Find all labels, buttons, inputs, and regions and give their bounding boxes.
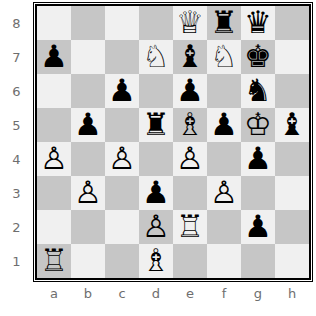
piece-white-queen: ♕ [176, 6, 204, 39]
square-h1[interactable] [275, 244, 309, 278]
piece-black-pawn: ♟ [74, 108, 102, 141]
square-d8[interactable] [139, 6, 173, 40]
file-label-f: f [207, 286, 241, 301]
square-b1[interactable] [71, 244, 105, 278]
piece-black-rook: ♜ [210, 6, 238, 39]
square-f4[interactable] [207, 142, 241, 176]
square-e2[interactable]: ♖ [173, 210, 207, 244]
square-h2[interactable] [275, 210, 309, 244]
square-f2[interactable] [207, 210, 241, 244]
rank-label-5: 5 [0, 108, 33, 142]
piece-black-pawn: ♟ [142, 176, 170, 209]
square-d1[interactable]: ♗ [139, 244, 173, 278]
rank-label-6: 6 [0, 74, 33, 108]
piece-black-rook: ♜ [142, 108, 170, 141]
piece-white-knight: ♘ [210, 40, 238, 73]
square-d7[interactable]: ♘ [139, 40, 173, 74]
square-e5[interactable]: ♗ [173, 108, 207, 142]
square-d3[interactable]: ♟ [139, 176, 173, 210]
square-b5[interactable]: ♟ [71, 108, 105, 142]
square-h4[interactable] [275, 142, 309, 176]
square-a5[interactable] [37, 108, 71, 142]
rank-labels: 87654321 [0, 6, 33, 278]
square-h8[interactable] [275, 6, 309, 40]
square-a3[interactable] [37, 176, 71, 210]
square-e4[interactable]: ♙ [173, 142, 207, 176]
piece-white-bishop: ♗ [176, 108, 204, 141]
piece-white-king: ♔ [244, 108, 272, 141]
square-c5[interactable] [105, 108, 139, 142]
square-b4[interactable] [71, 142, 105, 176]
square-d2[interactable]: ♙ [139, 210, 173, 244]
file-label-b: b [71, 286, 105, 301]
square-c8[interactable] [105, 6, 139, 40]
piece-black-king: ♚ [244, 40, 272, 73]
square-f6[interactable] [207, 74, 241, 108]
square-g5[interactable]: ♔ [241, 108, 275, 142]
square-c1[interactable] [105, 244, 139, 278]
file-label-a: a [37, 286, 71, 301]
square-e1[interactable] [173, 244, 207, 278]
square-h5[interactable]: ♝ [275, 108, 309, 142]
piece-black-pawn: ♟ [40, 40, 68, 73]
piece-black-pawn: ♟ [244, 210, 272, 243]
piece-black-pawn: ♟ [108, 74, 136, 107]
piece-white-pawn: ♙ [176, 142, 204, 175]
rank-label-8: 8 [0, 6, 33, 40]
file-label-g: g [241, 286, 275, 301]
square-a2[interactable] [37, 210, 71, 244]
square-b3[interactable]: ♙ [71, 176, 105, 210]
square-e8[interactable]: ♕ [173, 6, 207, 40]
square-c3[interactable] [105, 176, 139, 210]
chess-board-frame: ♕♜♛♟♘♝♘♚♟♟♞♟♜♗♟♔♝♙♙♙♟♙♟♙♙♖♟♖♗ [33, 2, 313, 282]
piece-black-bishop: ♝ [176, 40, 204, 73]
piece-white-knight: ♘ [142, 40, 170, 73]
square-e7[interactable]: ♝ [173, 40, 207, 74]
square-d4[interactable] [139, 142, 173, 176]
piece-black-pawn: ♟ [244, 142, 272, 175]
square-f8[interactable]: ♜ [207, 6, 241, 40]
square-c6[interactable]: ♟ [105, 74, 139, 108]
rank-label-1: 1 [0, 244, 33, 278]
file-labels: abcdefgh [37, 286, 309, 301]
piece-black-pawn: ♟ [176, 74, 204, 107]
piece-black-knight: ♞ [244, 74, 272, 107]
piece-black-pawn: ♟ [210, 108, 238, 141]
file-label-d: d [139, 286, 173, 301]
square-g8[interactable]: ♛ [241, 6, 275, 40]
piece-white-bishop: ♗ [142, 244, 170, 277]
piece-white-pawn: ♙ [142, 210, 170, 243]
piece-black-bishop: ♝ [278, 108, 306, 141]
rank-label-4: 4 [0, 142, 33, 176]
square-b8[interactable] [71, 6, 105, 40]
square-h6[interactable] [275, 74, 309, 108]
square-f3[interactable]: ♙ [207, 176, 241, 210]
square-b6[interactable] [71, 74, 105, 108]
rank-label-3: 3 [0, 176, 33, 210]
rank-label-2: 2 [0, 210, 33, 244]
piece-white-pawn: ♙ [40, 142, 68, 175]
square-c2[interactable] [105, 210, 139, 244]
file-label-c: c [105, 286, 139, 301]
chess-board: ♕♜♛♟♘♝♘♚♟♟♞♟♜♗♟♔♝♙♙♙♟♙♟♙♙♖♟♖♗ [35, 4, 311, 280]
square-a6[interactable] [37, 74, 71, 108]
piece-black-queen: ♛ [244, 6, 272, 39]
square-g4[interactable]: ♟ [241, 142, 275, 176]
square-c4[interactable]: ♙ [105, 142, 139, 176]
square-b2[interactable] [71, 210, 105, 244]
square-g3[interactable] [241, 176, 275, 210]
square-a8[interactable] [37, 6, 71, 40]
piece-white-pawn: ♙ [74, 176, 102, 209]
square-b7[interactable] [71, 40, 105, 74]
square-c7[interactable] [105, 40, 139, 74]
rank-label-7: 7 [0, 40, 33, 74]
square-g1[interactable] [241, 244, 275, 278]
square-f5[interactable]: ♟ [207, 108, 241, 142]
square-f1[interactable] [207, 244, 241, 278]
square-g6[interactable]: ♞ [241, 74, 275, 108]
file-label-h: h [275, 286, 309, 301]
square-g7[interactable]: ♚ [241, 40, 275, 74]
square-f7[interactable]: ♘ [207, 40, 241, 74]
square-e3[interactable] [173, 176, 207, 210]
square-h3[interactable] [275, 176, 309, 210]
piece-white-pawn: ♙ [108, 142, 136, 175]
square-g2[interactable]: ♟ [241, 210, 275, 244]
square-e6[interactable]: ♟ [173, 74, 207, 108]
file-label-e: e [173, 286, 207, 301]
square-a4[interactable]: ♙ [37, 142, 71, 176]
piece-white-pawn: ♙ [210, 176, 238, 209]
piece-white-rook: ♖ [40, 244, 68, 277]
square-a1[interactable]: ♖ [37, 244, 71, 278]
square-d6[interactable] [139, 74, 173, 108]
square-h7[interactable] [275, 40, 309, 74]
piece-white-rook: ♖ [176, 210, 204, 243]
square-d5[interactable]: ♜ [139, 108, 173, 142]
square-a7[interactable]: ♟ [37, 40, 71, 74]
